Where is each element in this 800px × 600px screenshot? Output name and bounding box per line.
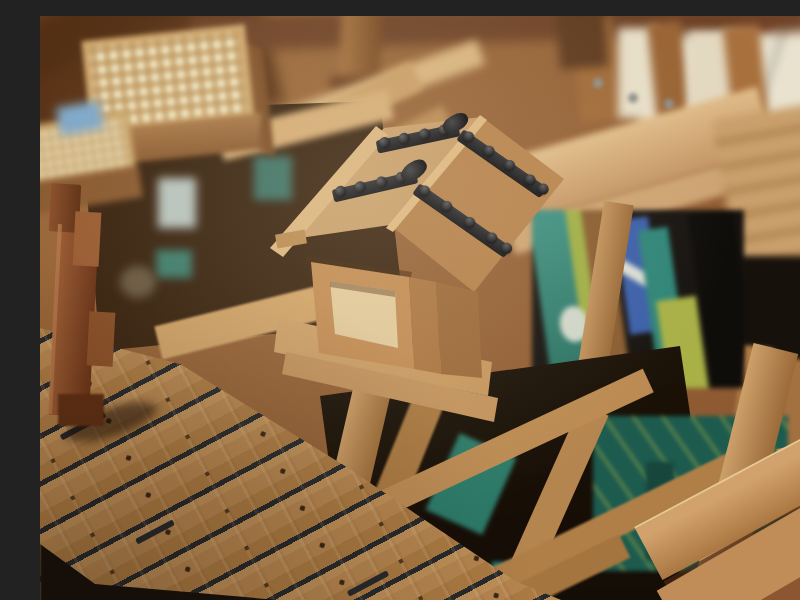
model-ship-deck-photo: [40, 16, 800, 600]
interior-color-patch: [158, 178, 196, 228]
rivet: [354, 180, 367, 193]
rivet: [418, 128, 431, 141]
interior-color-patch: [254, 156, 292, 200]
eyebolt: [628, 93, 638, 103]
background-post: [556, 16, 608, 70]
rivet: [334, 185, 347, 198]
rivet: [375, 175, 388, 188]
rivet: [397, 132, 410, 145]
blurred-fitting: [120, 266, 156, 298]
eyebolt: [664, 99, 674, 109]
rivet: [378, 136, 391, 149]
interior-color-patch: [156, 250, 192, 278]
bitt-post-tenon: [87, 311, 116, 366]
bitt-post-cheek: [73, 211, 102, 266]
bitt-post-foot: [58, 394, 104, 426]
eyebolt: [593, 78, 603, 88]
